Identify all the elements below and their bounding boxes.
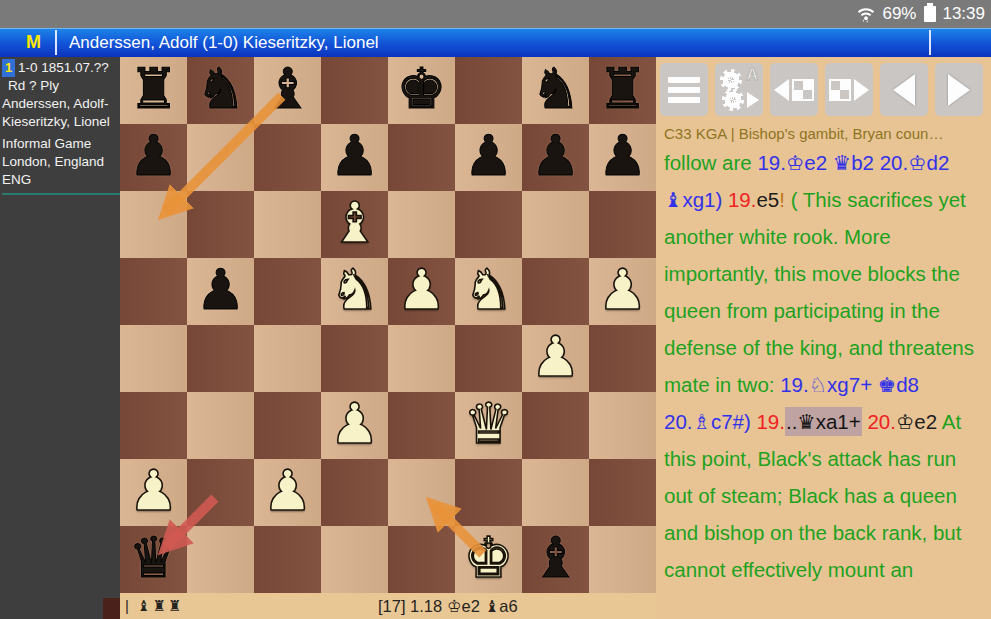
white-pawn-a2[interactable]: ♟ (120, 459, 187, 526)
square-e7[interactable] (388, 124, 455, 191)
white-king-f1[interactable]: ♚ (455, 526, 522, 593)
square-d8[interactable] (321, 57, 388, 124)
annotation-segment[interactable]: ..♛xa1+ (785, 407, 862, 436)
black-queen-a1[interactable]: ♛ (120, 526, 187, 593)
game-title: Anderssen, Adolf (1-0) Kieseritzky, Lion… (69, 28, 379, 57)
result-date: 1-0 1851.07.?? (18, 59, 109, 77)
white-bishop-d6[interactable]: ♝ (321, 191, 388, 258)
square-f5[interactable]: ♞ (455, 258, 522, 325)
square-f1[interactable]: ♚ (455, 526, 522, 593)
square-e3[interactable] (388, 392, 455, 459)
hamburger-icon (668, 77, 700, 103)
square-a3[interactable] (120, 392, 187, 459)
previous-move-button[interactable] (880, 63, 928, 116)
federation: ENG (2, 171, 118, 189)
white-pawn-c2[interactable]: ♟ (254, 459, 321, 526)
engine-analysis-button[interactable]: A (715, 63, 763, 116)
square-e4[interactable] (388, 325, 455, 392)
annotation-segment[interactable]: ! (779, 188, 790, 211)
square-f3[interactable]: ♛ (455, 392, 522, 459)
square-d3[interactable]: ♟ (321, 392, 388, 459)
black-rook-h8[interactable]: ♜ (589, 57, 656, 124)
title-separator-right (929, 30, 931, 55)
square-g5[interactable] (522, 258, 589, 325)
square-c5[interactable] (254, 258, 321, 325)
black-bishop-g1[interactable]: ♝ (522, 526, 589, 593)
opening-name[interactable]: C33 KGA | Bishop's gambit, Bryan coun… (664, 125, 985, 142)
black-pawn-g7[interactable]: ♟ (522, 124, 589, 191)
board-icon (792, 79, 814, 101)
square-a5[interactable] (120, 258, 187, 325)
annotation-text[interactable]: follow are 19.♔e2 ♛b2 20.♔d2 ♝xg1) 19.e5… (664, 144, 985, 588)
square-g2[interactable] (522, 459, 589, 526)
black-pawn-b5[interactable]: ♟ (187, 258, 254, 325)
gear-icon (722, 89, 744, 111)
black-king-e8[interactable]: ♚ (388, 57, 455, 124)
square-b6[interactable] (187, 191, 254, 258)
square-d5[interactable]: ♞ (321, 258, 388, 325)
square-b7[interactable] (187, 124, 254, 191)
square-c1[interactable] (254, 526, 321, 593)
black-knight-g8[interactable]: ♞ (522, 57, 589, 124)
battery-icon (924, 6, 936, 22)
title-separator (55, 30, 57, 55)
square-a6[interactable] (120, 191, 187, 258)
square-g3[interactable] (522, 392, 589, 459)
square-h7[interactable]: ♟ (589, 124, 656, 191)
toolbar: A (656, 57, 991, 116)
corner-block (103, 598, 120, 619)
square-b5[interactable]: ♟ (187, 258, 254, 325)
round-ply: Rd ? Ply (2, 77, 118, 95)
next-game-button[interactable] (825, 63, 873, 116)
white-pawn-d3[interactable]: ♟ (321, 392, 388, 459)
game-list-sidebar[interactable]: 1 1-0 1851.07.?? Rd ? Ply Anderssen, Ado… (0, 57, 120, 619)
event-name: Informal Game (2, 135, 118, 153)
square-h4[interactable] (589, 325, 656, 392)
square-b4[interactable] (187, 325, 254, 392)
next-move-button[interactable] (935, 63, 983, 116)
square-f4[interactable] (455, 325, 522, 392)
square-h3[interactable] (589, 392, 656, 459)
annotation-segment[interactable]: 19. (728, 188, 757, 211)
square-c2[interactable]: ♟ (254, 459, 321, 526)
square-g1[interactable]: ♝ (522, 526, 589, 593)
wifi-icon (856, 4, 876, 24)
white-knight-d5[interactable]: ♞ (321, 258, 388, 325)
annotation-segment[interactable]: ( This sacrifices yet another white rook… (664, 188, 974, 396)
annotation-segment[interactable]: ♔e2 (896, 410, 937, 433)
black-pawn-a7[interactable]: ♟ (120, 124, 187, 191)
square-a2[interactable]: ♟ (120, 459, 187, 526)
square-e2[interactable] (388, 459, 455, 526)
black-pawn-d7[interactable]: ♟ (321, 124, 388, 191)
square-e6[interactable] (388, 191, 455, 258)
square-c4[interactable] (254, 325, 321, 392)
square-h2[interactable] (589, 459, 656, 526)
square-d6[interactable]: ♝ (321, 191, 388, 258)
material-advantage: | ♝♜♜ (125, 593, 183, 619)
square-a1[interactable]: ♛ (120, 526, 187, 593)
app-screen: 69% 13:39 M Anderssen, Adolf (1-0) Kiese… (0, 0, 991, 619)
black-bishop-c8[interactable]: ♝ (254, 57, 321, 124)
square-e5[interactable]: ♟ (388, 258, 455, 325)
square-b1[interactable] (187, 526, 254, 593)
board-icon (829, 79, 851, 101)
title-bar: M Anderssen, Adolf (1-0) Kieseritzky, Li… (0, 28, 991, 57)
gear-icon (720, 69, 742, 91)
white-pawn-h5[interactable]: ♟ (589, 258, 656, 325)
game-number-badge: 1 (2, 59, 15, 77)
white-pawn-g4[interactable]: ♟ (522, 325, 589, 392)
square-d4[interactable] (321, 325, 388, 392)
black-rook-a8[interactable]: ♜ (120, 57, 187, 124)
arrow-left-icon (774, 79, 789, 101)
players-line1: Anderssen, Adolf- (2, 95, 118, 113)
square-a4[interactable] (120, 325, 187, 392)
square-h6[interactable] (589, 191, 656, 258)
chess-board[interactable]: ♜♞♝♚♞♜♟♟♟♟♟♝♟♞♟♞♟♟♟♛♟♟♛♚♝ (120, 57, 656, 593)
black-pawn-f7[interactable]: ♟ (455, 124, 522, 191)
square-g7[interactable]: ♟ (522, 124, 589, 191)
play-icon (747, 92, 759, 108)
square-e1[interactable] (388, 526, 455, 593)
annotation-segment[interactable]: 19. (756, 410, 785, 433)
forward-triangle-icon (948, 74, 970, 106)
annotation-segment[interactable]: 20. (867, 410, 896, 433)
square-g8[interactable]: ♞ (522, 57, 589, 124)
square-h8[interactable]: ♜ (589, 57, 656, 124)
square-c3[interactable] (254, 392, 321, 459)
list-divider (2, 193, 122, 195)
app-menu-badge[interactable]: M (26, 28, 41, 57)
menu-button[interactable] (660, 63, 708, 116)
players-line2: Kieseritzky, Lionel (2, 113, 118, 131)
square-f8[interactable] (455, 57, 522, 124)
game-list-item-header[interactable]: 1 1-0 1851.07.?? (2, 59, 118, 77)
notation-panel[interactable]: A C33 KGA | Bishop's gambit, Bryan coun…… (656, 57, 991, 619)
annotation-segment[interactable]: follow are (664, 151, 757, 174)
square-f6[interactable] (455, 191, 522, 258)
square-g6[interactable] (522, 191, 589, 258)
back-triangle-icon (893, 74, 915, 106)
square-h5[interactable]: ♟ (589, 258, 656, 325)
engine-line: [17] 1.18 ♔e2 ♝a6 (378, 593, 518, 619)
square-a8[interactable]: ♜ (120, 57, 187, 124)
square-d1[interactable] (321, 526, 388, 593)
white-knight-f5[interactable]: ♞ (455, 258, 522, 325)
square-c8[interactable]: ♝ (254, 57, 321, 124)
white-queen-f3[interactable]: ♛ (455, 392, 522, 459)
square-f7[interactable]: ♟ (455, 124, 522, 191)
annotation-segment[interactable]: e5 (756, 188, 779, 211)
arrow-right-icon (854, 79, 869, 101)
square-e8[interactable]: ♚ (388, 57, 455, 124)
square-b2[interactable] (187, 459, 254, 526)
square-h1[interactable] (589, 526, 656, 593)
clock: 13:39 (942, 4, 985, 24)
square-c6[interactable] (254, 191, 321, 258)
site-name: London, England (2, 153, 118, 171)
square-d7[interactable]: ♟ (321, 124, 388, 191)
square-c7[interactable] (254, 124, 321, 191)
black-knight-b8[interactable]: ♞ (187, 57, 254, 124)
engine-eval-bar[interactable]: | ♝♜♜ [17] 1.18 ♔e2 ♝a6 (120, 593, 656, 619)
battery-percent: 69% (882, 4, 916, 24)
square-d2[interactable] (321, 459, 388, 526)
square-b8[interactable]: ♞ (187, 57, 254, 124)
auto-letter-icon: A (746, 66, 758, 84)
square-f2[interactable] (455, 459, 522, 526)
black-pawn-h7[interactable]: ♟ (589, 124, 656, 191)
square-g4[interactable]: ♟ (522, 325, 589, 392)
white-pawn-e5[interactable]: ♟ (388, 258, 455, 325)
square-a7[interactable]: ♟ (120, 124, 187, 191)
square-b3[interactable] (187, 392, 254, 459)
status-bar: 69% 13:39 (0, 0, 991, 28)
previous-game-button[interactable] (770, 63, 818, 116)
